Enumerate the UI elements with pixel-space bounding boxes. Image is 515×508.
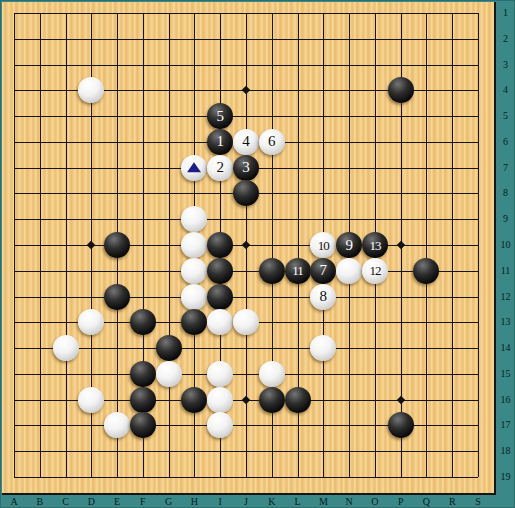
stone-white-K15[interactable] (259, 361, 285, 387)
stone-black-E10[interactable] (104, 232, 130, 258)
stone-black-K16[interactable] (259, 387, 285, 413)
stone-black-L11[interactable]: 11 (285, 258, 311, 284)
move-number: 1 (216, 134, 224, 149)
column-label-K: K (264, 495, 280, 508)
column-label-O: O (367, 495, 383, 508)
stone-black-F16[interactable] (130, 387, 156, 413)
star-point (242, 241, 250, 249)
grid-line-horizontal (14, 374, 478, 375)
row-label-6: 6 (496, 136, 515, 148)
stone-black-I6[interactable]: 1 (207, 129, 233, 155)
row-label-17: 17 (496, 419, 515, 431)
move-number: 4 (242, 134, 250, 149)
column-label-N: N (341, 495, 357, 508)
stone-black-H13[interactable] (181, 309, 207, 335)
move-number: 11 (292, 264, 303, 277)
column-label-L: L (290, 495, 306, 508)
stone-black-J8[interactable] (233, 180, 259, 206)
column-label-S: S (470, 495, 486, 508)
column-label-R: R (444, 495, 460, 508)
triangle-marker-icon (187, 162, 201, 172)
stone-white-I15[interactable] (207, 361, 233, 387)
column-label-E: E (109, 495, 125, 508)
column-label-P: P (393, 495, 409, 508)
stone-black-I5[interactable]: 5 (207, 103, 233, 129)
column-label-M: M (315, 495, 331, 508)
stone-white-C14[interactable] (53, 335, 79, 361)
stone-black-Q11[interactable] (413, 258, 439, 284)
stone-black-F17[interactable] (130, 412, 156, 438)
move-number: 13 (369, 239, 380, 252)
column-label-B: B (32, 495, 48, 508)
row-label-16: 16 (496, 394, 515, 406)
stone-white-M10[interactable]: 10 (310, 232, 336, 258)
stone-white-H9[interactable] (181, 206, 207, 232)
stone-black-J7[interactable]: 3 (233, 155, 259, 181)
stone-white-H11[interactable] (181, 258, 207, 284)
column-label-C: C (58, 495, 74, 508)
star-point (242, 86, 250, 94)
stone-white-E17[interactable] (104, 412, 130, 438)
row-label-13: 13 (496, 316, 515, 328)
column-label-H: H (186, 495, 202, 508)
star-point (87, 241, 95, 249)
stone-black-O10[interactable]: 13 (362, 232, 388, 258)
stone-black-E12[interactable] (104, 284, 130, 310)
stone-white-H7[interactable] (181, 155, 207, 181)
grid-line-horizontal (14, 477, 478, 478)
stone-white-J6[interactable]: 4 (233, 129, 259, 155)
stone-black-F15[interactable] (130, 361, 156, 387)
row-label-12: 12 (496, 291, 515, 303)
stone-black-N10[interactable]: 9 (336, 232, 362, 258)
grid-line-horizontal (14, 297, 478, 298)
stone-white-M14[interactable] (310, 335, 336, 361)
move-number: 2 (216, 160, 224, 175)
move-number: 9 (345, 238, 353, 253)
move-number: 12 (369, 264, 380, 277)
stone-black-I11[interactable] (207, 258, 233, 284)
stone-white-I17[interactable] (207, 412, 233, 438)
star-point (396, 241, 404, 249)
stone-black-H16[interactable] (181, 387, 207, 413)
stone-white-D4[interactable] (78, 77, 104, 103)
move-number: 8 (320, 289, 328, 304)
grid-line-vertical (426, 13, 427, 477)
move-number: 10 (318, 239, 329, 252)
row-label-9: 9 (496, 213, 515, 225)
stone-white-J13[interactable] (233, 309, 259, 335)
grid-line-horizontal (14, 271, 478, 272)
stone-black-K11[interactable] (259, 258, 285, 284)
star-point (242, 395, 250, 403)
grid-line-vertical (478, 13, 479, 477)
stone-white-I13[interactable] (207, 309, 233, 335)
row-label-11: 11 (496, 265, 515, 277)
stone-white-I7[interactable]: 2 (207, 155, 233, 181)
stone-black-G14[interactable] (156, 335, 182, 361)
row-label-2: 2 (496, 33, 515, 45)
stone-black-I10[interactable] (207, 232, 233, 258)
stone-white-H10[interactable] (181, 232, 207, 258)
stone-black-M11[interactable]: 7 (310, 258, 336, 284)
move-number: 5 (216, 109, 224, 124)
stone-white-D13[interactable] (78, 309, 104, 335)
row-label-1: 1 (496, 7, 515, 19)
column-label-D: D (83, 495, 99, 508)
row-label-8: 8 (496, 187, 515, 199)
stone-black-I12[interactable] (207, 284, 233, 310)
row-label-7: 7 (496, 162, 515, 174)
column-label-F: F (135, 495, 151, 508)
grid-line-vertical (452, 13, 453, 477)
stone-black-L16[interactable] (285, 387, 311, 413)
row-label-4: 4 (496, 84, 515, 96)
move-number: 3 (242, 160, 250, 175)
row-label-5: 5 (496, 110, 515, 122)
row-label-18: 18 (496, 445, 515, 457)
stone-white-H12[interactable] (181, 284, 207, 310)
stone-black-F13[interactable] (130, 309, 156, 335)
stone-white-M12[interactable]: 8 (310, 284, 336, 310)
stone-black-P4[interactable] (388, 77, 414, 103)
stone-white-D16[interactable] (78, 387, 104, 413)
grid-line-horizontal (14, 451, 478, 452)
row-label-10: 10 (496, 239, 515, 251)
move-number: 7 (320, 263, 328, 278)
column-label-Q: Q (418, 495, 434, 508)
row-label-19: 19 (496, 471, 515, 483)
go-board-frame: 51462310913117128 ABCDEFGHIJKLMNOPQRS 12… (0, 0, 515, 508)
column-label-G: G (161, 495, 177, 508)
stone-black-P17[interactable] (388, 412, 414, 438)
stone-white-K6[interactable]: 6 (259, 129, 285, 155)
row-label-3: 3 (496, 59, 515, 71)
go-board[interactable]: 51462310913117128 (2, 2, 496, 495)
stone-white-O11[interactable]: 12 (362, 258, 388, 284)
column-label-A: A (6, 495, 22, 508)
stone-white-G15[interactable] (156, 361, 182, 387)
stone-white-I16[interactable] (207, 387, 233, 413)
row-label-15: 15 (496, 368, 515, 380)
row-label-14: 14 (496, 342, 515, 354)
star-point (396, 395, 404, 403)
move-number: 6 (268, 134, 276, 149)
stone-white-N11[interactable] (336, 258, 362, 284)
column-label-I: I (212, 495, 228, 508)
grid-line-horizontal (14, 348, 478, 349)
column-label-J: J (238, 495, 254, 508)
